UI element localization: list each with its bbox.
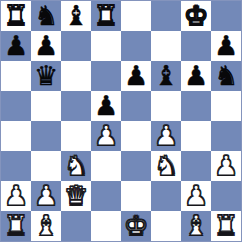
- square-c1[interactable]: [61, 211, 91, 241]
- black-queen-b6[interactable]: ♛: [34, 61, 58, 91]
- square-c3[interactable]: ♞: [61, 151, 91, 181]
- square-b8[interactable]: ♞: [31, 1, 61, 31]
- square-h2[interactable]: [211, 181, 241, 211]
- square-d6[interactable]: [91, 61, 121, 91]
- square-a6[interactable]: [1, 61, 31, 91]
- square-c7[interactable]: [61, 31, 91, 61]
- square-e7[interactable]: [121, 31, 151, 61]
- white-rook-h1[interactable]: ♜: [214, 211, 238, 241]
- square-d3[interactable]: [91, 151, 121, 181]
- square-b2[interactable]: ♟: [31, 181, 61, 211]
- square-b5[interactable]: [31, 91, 61, 121]
- square-f1[interactable]: [151, 211, 181, 241]
- square-f8[interactable]: [151, 1, 181, 31]
- black-rook-d8[interactable]: ♜: [94, 1, 118, 31]
- square-d7[interactable]: [91, 31, 121, 61]
- square-b7[interactable]: ♟: [31, 31, 61, 61]
- square-h5[interactable]: [211, 91, 241, 121]
- square-g7[interactable]: [181, 31, 211, 61]
- white-bishop-g1[interactable]: ♝: [184, 211, 208, 241]
- square-f2[interactable]: [151, 181, 181, 211]
- square-f4[interactable]: ♟: [151, 121, 181, 151]
- square-e3[interactable]: [121, 151, 151, 181]
- square-g4[interactable]: [181, 121, 211, 151]
- white-king-e1[interactable]: ♚: [124, 211, 148, 241]
- square-a5[interactable]: [1, 91, 31, 121]
- square-e5[interactable]: [121, 91, 151, 121]
- square-d5[interactable]: ♟: [91, 91, 121, 121]
- white-queen-c2[interactable]: ♛: [64, 181, 88, 211]
- black-knight-h6[interactable]: ♞: [214, 61, 238, 91]
- square-a2[interactable]: ♟: [1, 181, 31, 211]
- white-pawn-g2[interactable]: ♟: [184, 181, 208, 211]
- square-h3[interactable]: ♟: [211, 151, 241, 181]
- square-g2[interactable]: ♟: [181, 181, 211, 211]
- square-c8[interactable]: ♝: [61, 1, 91, 31]
- square-b6[interactable]: ♛: [31, 61, 61, 91]
- white-pawn-h3[interactable]: ♟: [214, 151, 238, 181]
- square-a1[interactable]: ♜: [1, 211, 31, 241]
- square-h7[interactable]: ♟: [211, 31, 241, 61]
- square-a7[interactable]: ♟: [1, 31, 31, 61]
- square-b4[interactable]: [31, 121, 61, 151]
- square-e4[interactable]: [121, 121, 151, 151]
- square-f3[interactable]: ♞: [151, 151, 181, 181]
- square-b3[interactable]: [31, 151, 61, 181]
- square-g5[interactable]: [181, 91, 211, 121]
- square-c5[interactable]: [61, 91, 91, 121]
- black-pawn-h7[interactable]: ♟: [214, 31, 238, 61]
- white-pawn-f4[interactable]: ♟: [154, 121, 178, 151]
- square-e8[interactable]: [121, 1, 151, 31]
- square-g1[interactable]: ♝: [181, 211, 211, 241]
- black-bishop-c8[interactable]: ♝: [64, 1, 88, 31]
- square-d8[interactable]: ♜: [91, 1, 121, 31]
- square-c6[interactable]: [61, 61, 91, 91]
- black-pawn-a7[interactable]: ♟: [4, 31, 28, 61]
- square-h8[interactable]: [211, 1, 241, 31]
- square-f7[interactable]: [151, 31, 181, 61]
- black-bishop-f6[interactable]: ♝: [154, 61, 178, 91]
- square-e6[interactable]: ♟: [121, 61, 151, 91]
- square-h6[interactable]: ♞: [211, 61, 241, 91]
- white-knight-c3[interactable]: ♞: [64, 151, 88, 181]
- square-d4[interactable]: ♟: [91, 121, 121, 151]
- black-pawn-e6[interactable]: ♟: [124, 61, 148, 91]
- black-pawn-b7[interactable]: ♟: [34, 31, 58, 61]
- square-d1[interactable]: [91, 211, 121, 241]
- square-g3[interactable]: [181, 151, 211, 181]
- square-c4[interactable]: [61, 121, 91, 151]
- square-h4[interactable]: [211, 121, 241, 151]
- square-b1[interactable]: ♝: [31, 211, 61, 241]
- square-g6[interactable]: ♟: [181, 61, 211, 91]
- white-pawn-d4[interactable]: ♟: [94, 121, 118, 151]
- black-king-g8[interactable]: ♚: [184, 1, 208, 31]
- square-c2[interactable]: ♛: [61, 181, 91, 211]
- white-knight-f3[interactable]: ♞: [154, 151, 178, 181]
- chess-board: ♜♞♝♜♚♟♟♟♛♟♝♟♞♟♟♟♞♞♟♟♟♛♟♜♝♚♝♜: [0, 0, 242, 242]
- black-pawn-d5[interactable]: ♟: [94, 91, 118, 121]
- square-g8[interactable]: ♚: [181, 1, 211, 31]
- black-pawn-g6[interactable]: ♟: [184, 61, 208, 91]
- white-bishop-b1[interactable]: ♝: [34, 211, 58, 241]
- square-e1[interactable]: ♚: [121, 211, 151, 241]
- white-pawn-b2[interactable]: ♟: [34, 181, 58, 211]
- square-h1[interactable]: ♜: [211, 211, 241, 241]
- square-f6[interactable]: ♝: [151, 61, 181, 91]
- black-rook-a8[interactable]: ♜: [4, 1, 28, 31]
- white-rook-a1[interactable]: ♜: [4, 211, 28, 241]
- black-knight-b8[interactable]: ♞: [34, 1, 58, 31]
- square-f5[interactable]: [151, 91, 181, 121]
- square-a8[interactable]: ♜: [1, 1, 31, 31]
- square-a3[interactable]: [1, 151, 31, 181]
- white-pawn-a2[interactable]: ♟: [4, 181, 28, 211]
- square-a4[interactable]: [1, 121, 31, 151]
- square-e2[interactable]: [121, 181, 151, 211]
- square-d2[interactable]: [91, 181, 121, 211]
